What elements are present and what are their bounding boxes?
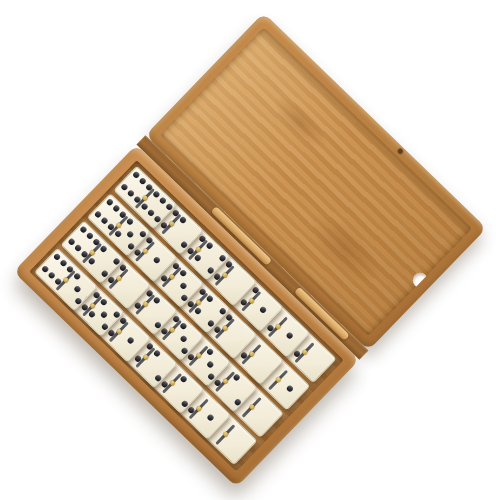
- pip: [180, 347, 188, 355]
- pip: [286, 331, 294, 339]
- pip: [53, 253, 61, 261]
- pip: [67, 238, 75, 246]
- pip: [259, 305, 267, 313]
- pip: [180, 241, 188, 249]
- pip: [101, 323, 109, 331]
- pip: [113, 310, 121, 318]
- pip: [207, 413, 215, 421]
- pip: [207, 319, 215, 327]
- pip: [74, 244, 82, 252]
- pip: [139, 230, 147, 238]
- wood-grain-knot: [267, 89, 335, 156]
- pip: [219, 307, 227, 315]
- pip: [100, 270, 108, 278]
- pip: [120, 183, 128, 191]
- pip: [127, 336, 135, 344]
- pip: [286, 384, 294, 392]
- pip: [207, 266, 215, 274]
- pip: [132, 171, 140, 179]
- pip: [100, 310, 108, 318]
- pip: [159, 196, 167, 204]
- pip: [153, 256, 161, 264]
- pip: [154, 374, 162, 382]
- pip: [106, 198, 114, 206]
- pip: [181, 400, 189, 408]
- pip: [165, 203, 173, 211]
- pip: [127, 242, 135, 250]
- pip: [180, 294, 188, 302]
- pip: [94, 210, 102, 218]
- domino-box: [13, 13, 486, 487]
- wood-grain-knot: [300, 203, 393, 294]
- pip: [234, 398, 242, 406]
- latch-pin-hole-icon: [397, 148, 404, 155]
- pip: [127, 189, 135, 197]
- pip: [180, 334, 188, 342]
- pip: [112, 204, 120, 212]
- pip: [206, 360, 214, 368]
- pip: [100, 216, 108, 224]
- pip: [126, 230, 134, 238]
- pip: [47, 271, 55, 279]
- pip: [112, 257, 120, 265]
- pip: [41, 265, 49, 273]
- pip: [86, 232, 94, 240]
- pip: [138, 177, 146, 185]
- pip: [153, 215, 161, 223]
- pip: [154, 321, 162, 329]
- pip: [218, 254, 226, 262]
- pip: [74, 284, 82, 292]
- product-photo-scene: [0, 0, 500, 500]
- pip: [207, 372, 215, 380]
- pip: [59, 259, 67, 267]
- pip: [180, 281, 188, 289]
- pip: [74, 297, 82, 305]
- thumb-notch: [410, 270, 431, 291]
- pip: [79, 225, 87, 233]
- pip: [147, 209, 155, 217]
